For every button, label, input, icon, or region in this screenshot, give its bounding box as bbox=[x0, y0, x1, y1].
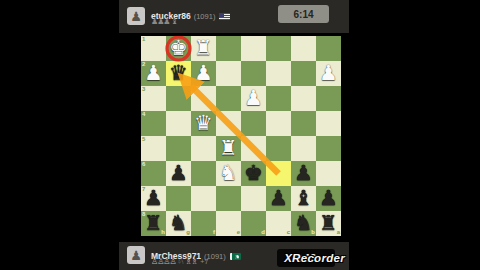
square-e3[interactable] bbox=[216, 86, 241, 111]
square-d4[interactable] bbox=[241, 111, 266, 136]
file-label-d: d bbox=[261, 229, 265, 236]
black-rook[interactable]: ♜ bbox=[316, 211, 341, 236]
square-c5[interactable] bbox=[266, 136, 291, 161]
square-h3[interactable]: 3 bbox=[141, 86, 166, 111]
us-flag-icon bbox=[219, 13, 230, 20]
square-a7[interactable]: ♟ bbox=[316, 186, 341, 211]
square-b3[interactable] bbox=[291, 86, 316, 111]
black-knight[interactable]: ♞ bbox=[291, 211, 316, 236]
file-label-e: e bbox=[237, 229, 240, 236]
square-h5[interactable]: 5 bbox=[141, 136, 166, 161]
square-b4[interactable] bbox=[291, 111, 316, 136]
square-c7[interactable]: ♟ bbox=[266, 186, 291, 211]
square-a6[interactable] bbox=[316, 161, 341, 186]
white-pawn[interactable]: ♟ bbox=[316, 61, 341, 86]
black-pawn[interactable]: ♟ bbox=[266, 186, 291, 211]
top-player-avatar[interactable]: ♟ bbox=[127, 7, 145, 25]
square-f8[interactable]: f bbox=[191, 211, 216, 236]
square-h2[interactable]: 2♟ bbox=[141, 61, 166, 86]
black-king[interactable]: ♚ bbox=[241, 161, 266, 186]
square-b5[interactable] bbox=[291, 136, 316, 161]
square-a8[interactable]: a♜ bbox=[316, 211, 341, 236]
file-label-c: c bbox=[287, 229, 290, 236]
white-pawn[interactable]: ♟ bbox=[191, 61, 216, 86]
rank-label-4: 4 bbox=[142, 111, 145, 118]
square-f3[interactable] bbox=[191, 86, 216, 111]
phone-screen: ♟ etucker86(1091) ♟♟♟ ♝ 6:14 1♚♜2♟♛♟♟3♟4… bbox=[119, 0, 349, 270]
square-c1[interactable] bbox=[266, 36, 291, 61]
square-e8[interactable]: e bbox=[216, 211, 241, 236]
xrecorder-watermark: XRecorder bbox=[284, 252, 345, 264]
material-advantage-badge: +7 bbox=[200, 258, 208, 265]
square-g2[interactable]: ♛ bbox=[166, 61, 191, 86]
black-queen[interactable]: ♛ bbox=[166, 61, 191, 86]
square-c8[interactable]: c bbox=[266, 211, 291, 236]
square-b7[interactable]: ♝ bbox=[291, 186, 316, 211]
black-rook[interactable]: ♜ bbox=[141, 211, 166, 236]
square-g7[interactable] bbox=[166, 186, 191, 211]
square-h7[interactable]: 7♟ bbox=[141, 186, 166, 211]
top-player-bar: ♟ etucker86(1091) ♟♟♟ ♝ 6:14 bbox=[119, 0, 349, 33]
bottom-player-avatar[interactable]: ♟ bbox=[127, 246, 145, 264]
file-label-f: f bbox=[213, 229, 215, 236]
square-c4[interactable] bbox=[266, 111, 291, 136]
square-d2[interactable] bbox=[241, 61, 266, 86]
rank-label-1: 1 bbox=[142, 36, 145, 43]
square-h6[interactable]: 6 bbox=[141, 161, 166, 186]
screen-recording-frame: ♟ etucker86(1091) ♟♟♟ ♝ 6:14 1♚♜2♟♛♟♟3♟4… bbox=[0, 0, 480, 270]
square-h4[interactable]: 4 bbox=[141, 111, 166, 136]
square-a5[interactable] bbox=[316, 136, 341, 161]
chess-board: 1♚♜2♟♛♟♟3♟4♛5♜6♟♞♚♟7♟♟♝♟8h♜g♞fedcb♞a♜ bbox=[141, 36, 341, 236]
square-c3[interactable] bbox=[266, 86, 291, 111]
default-avatar-pawn-icon: ♟ bbox=[130, 9, 142, 24]
black-knight[interactable]: ♞ bbox=[166, 211, 191, 236]
square-h1[interactable]: 1 bbox=[141, 36, 166, 61]
square-b1[interactable] bbox=[291, 36, 316, 61]
white-pawn[interactable]: ♟ bbox=[141, 61, 166, 86]
square-e7[interactable] bbox=[216, 186, 241, 211]
white-rook[interactable]: ♜ bbox=[191, 36, 216, 61]
square-f6[interactable] bbox=[191, 161, 216, 186]
square-d3[interactable]: ♟ bbox=[241, 86, 266, 111]
square-c2[interactable] bbox=[266, 61, 291, 86]
black-pawn[interactable]: ♟ bbox=[316, 186, 341, 211]
top-player-clock: 6:14 bbox=[278, 5, 329, 23]
square-a3[interactable] bbox=[316, 86, 341, 111]
square-f4[interactable]: ♛ bbox=[191, 111, 216, 136]
black-pawn[interactable]: ♟ bbox=[166, 161, 191, 186]
white-rook[interactable]: ♜ bbox=[216, 136, 241, 161]
square-d8[interactable]: d bbox=[241, 211, 266, 236]
default-avatar-pawn-icon: ♟ bbox=[130, 248, 142, 263]
square-f2[interactable]: ♟ bbox=[191, 61, 216, 86]
black-pawn[interactable]: ♟ bbox=[291, 161, 316, 186]
square-b2[interactable] bbox=[291, 61, 316, 86]
square-g3[interactable] bbox=[166, 86, 191, 111]
pakistan-flag-icon bbox=[230, 253, 241, 260]
white-king[interactable]: ♚ bbox=[166, 36, 191, 61]
square-a1[interactable] bbox=[316, 36, 341, 61]
square-e4[interactable] bbox=[216, 111, 241, 136]
bottom-player-captured-pieces: ♙♙♙♙ ♘ ♗♗+7 bbox=[151, 257, 208, 266]
white-queen[interactable]: ♛ bbox=[191, 111, 216, 136]
black-pawn[interactable]: ♟ bbox=[141, 186, 166, 211]
square-h8[interactable]: 8h♜ bbox=[141, 211, 166, 236]
square-g5[interactable] bbox=[166, 136, 191, 161]
square-d1[interactable] bbox=[241, 36, 266, 61]
square-f7[interactable] bbox=[191, 186, 216, 211]
rank-label-6: 6 bbox=[142, 161, 145, 168]
square-d5[interactable] bbox=[241, 136, 266, 161]
white-pawn[interactable]: ♟ bbox=[241, 86, 266, 111]
square-d6[interactable]: ♚ bbox=[241, 161, 266, 186]
square-g8[interactable]: g♞ bbox=[166, 211, 191, 236]
top-player-captured-pieces: ♟♟♟ ♝ bbox=[151, 17, 177, 26]
square-f1[interactable]: ♜ bbox=[191, 36, 216, 61]
square-a4[interactable] bbox=[316, 111, 341, 136]
square-g4[interactable] bbox=[166, 111, 191, 136]
square-b8[interactable]: b♞ bbox=[291, 211, 316, 236]
square-g6[interactable]: ♟ bbox=[166, 161, 191, 186]
square-b6[interactable]: ♟ bbox=[291, 161, 316, 186]
rank-label-5: 5 bbox=[142, 136, 145, 143]
square-c6[interactable] bbox=[266, 161, 291, 186]
top-player-rating: (1091) bbox=[194, 12, 216, 21]
square-e1[interactable] bbox=[216, 36, 241, 61]
square-e5[interactable]: ♜ bbox=[216, 136, 241, 161]
square-e2[interactable] bbox=[216, 61, 241, 86]
black-bishop[interactable]: ♝ bbox=[291, 186, 316, 211]
square-e6[interactable]: ♞ bbox=[216, 161, 241, 186]
square-f5[interactable] bbox=[191, 136, 216, 161]
square-d7[interactable] bbox=[241, 186, 266, 211]
square-a2[interactable]: ♟ bbox=[316, 61, 341, 86]
rank-label-3: 3 bbox=[142, 86, 145, 93]
white-knight[interactable]: ♞ bbox=[216, 161, 241, 186]
square-g1[interactable]: ♚ bbox=[166, 36, 191, 61]
